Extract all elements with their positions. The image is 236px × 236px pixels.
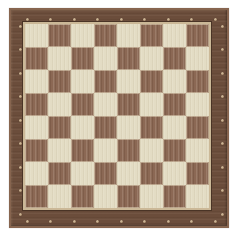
brass-tack-icon [73, 220, 76, 223]
square-d5[interactable] [94, 93, 117, 116]
brass-tack-icon [167, 18, 170, 21]
brass-tack-icon [190, 220, 193, 223]
brass-tack-icon [19, 119, 22, 122]
brass-tack-icon [26, 220, 29, 223]
square-h6[interactable] [186, 70, 209, 93]
square-h5[interactable] [186, 93, 209, 116]
square-g4[interactable] [163, 116, 186, 139]
brass-tack-icon [96, 220, 99, 223]
square-f6[interactable] [140, 70, 163, 93]
square-d8[interactable] [94, 24, 117, 47]
square-e2[interactable] [117, 162, 140, 185]
square-g6[interactable] [163, 70, 186, 93]
square-h1[interactable] [186, 185, 209, 208]
square-g3[interactable] [163, 139, 186, 162]
brass-tack-icon [221, 166, 224, 169]
square-a8[interactable] [25, 24, 48, 47]
square-g1[interactable] [163, 185, 186, 208]
brass-tack-icon [221, 142, 224, 145]
square-d4[interactable] [94, 116, 117, 139]
playing-area [23, 22, 211, 210]
square-f5[interactable] [140, 93, 163, 116]
brass-tack-icon [26, 18, 29, 21]
square-h7[interactable] [186, 47, 209, 70]
brass-tack-icon [221, 25, 224, 28]
brass-tack-icon [19, 166, 22, 169]
square-c6[interactable] [71, 70, 94, 93]
square-e6[interactable] [117, 70, 140, 93]
brass-tack-icon [49, 220, 52, 223]
square-c7[interactable] [71, 47, 94, 70]
square-d7[interactable] [94, 47, 117, 70]
square-c8[interactable] [71, 24, 94, 47]
square-d3[interactable] [94, 139, 117, 162]
brass-tack-icon [167, 220, 170, 223]
square-f2[interactable] [140, 162, 163, 185]
square-c5[interactable] [71, 93, 94, 116]
square-h2[interactable] [186, 162, 209, 185]
square-d6[interactable] [94, 70, 117, 93]
square-h3[interactable] [186, 139, 209, 162]
square-f4[interactable] [140, 116, 163, 139]
brass-tack-icon [143, 18, 146, 21]
square-b8[interactable] [48, 24, 71, 47]
square-f3[interactable] [140, 139, 163, 162]
square-a2[interactable] [25, 162, 48, 185]
square-e5[interactable] [117, 93, 140, 116]
square-b1[interactable] [48, 185, 71, 208]
square-b3[interactable] [48, 139, 71, 162]
square-b6[interactable] [48, 70, 71, 93]
square-d1[interactable] [94, 185, 117, 208]
brass-tack-icon [96, 18, 99, 21]
chess-board [9, 8, 229, 228]
brass-tack-icon [19, 72, 22, 75]
brass-tack-icon [214, 18, 217, 21]
square-h4[interactable] [186, 116, 209, 139]
brass-tack-icon [120, 18, 123, 21]
square-c3[interactable] [71, 139, 94, 162]
brass-tack-icon [19, 142, 22, 145]
square-a1[interactable] [25, 185, 48, 208]
page-background [0, 0, 236, 236]
brass-tack-icon [73, 18, 76, 21]
square-e4[interactable] [117, 116, 140, 139]
square-a5[interactable] [25, 93, 48, 116]
brass-tack-icon [19, 25, 22, 28]
brass-tack-icon [221, 72, 224, 75]
square-d2[interactable] [94, 162, 117, 185]
square-e1[interactable] [117, 185, 140, 208]
square-c2[interactable] [71, 162, 94, 185]
board-grid [25, 24, 209, 208]
square-g2[interactable] [163, 162, 186, 185]
square-c1[interactable] [71, 185, 94, 208]
square-g5[interactable] [163, 93, 186, 116]
square-e8[interactable] [117, 24, 140, 47]
square-g8[interactable] [163, 24, 186, 47]
square-b7[interactable] [48, 47, 71, 70]
brass-tack-icon [221, 48, 224, 51]
square-a7[interactable] [25, 47, 48, 70]
square-b4[interactable] [48, 116, 71, 139]
brass-tack-icon [120, 220, 123, 223]
brass-tack-icon [49, 18, 52, 21]
brass-tack-icon [190, 18, 193, 21]
square-f8[interactable] [140, 24, 163, 47]
square-a6[interactable] [25, 70, 48, 93]
square-h8[interactable] [186, 24, 209, 47]
brass-tack-icon [19, 213, 22, 216]
brass-tack-icon [221, 213, 224, 216]
square-g7[interactable] [163, 47, 186, 70]
square-e7[interactable] [117, 47, 140, 70]
brass-tack-icon [19, 95, 22, 98]
brass-tack-icon [214, 220, 217, 223]
square-a4[interactable] [25, 116, 48, 139]
brass-tack-icon [221, 189, 224, 192]
square-b5[interactable] [48, 93, 71, 116]
brass-tack-icon [19, 48, 22, 51]
brass-tack-icon [19, 189, 22, 192]
brass-tack-icon [221, 119, 224, 122]
square-f7[interactable] [140, 47, 163, 70]
square-f1[interactable] [140, 185, 163, 208]
brass-tack-icon [143, 220, 146, 223]
square-e3[interactable] [117, 139, 140, 162]
square-a3[interactable] [25, 139, 48, 162]
square-c4[interactable] [71, 116, 94, 139]
square-b2[interactable] [48, 162, 71, 185]
brass-tack-icon [221, 95, 224, 98]
